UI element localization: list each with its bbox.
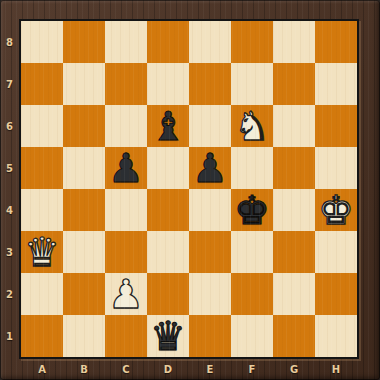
rank-label-5: 5 xyxy=(0,147,19,189)
square-e1[interactable] xyxy=(189,315,231,357)
file-label-b: B xyxy=(63,359,105,380)
square-e4[interactable] xyxy=(189,189,231,231)
file-label-e: E xyxy=(189,359,231,380)
square-b6[interactable] xyxy=(63,105,105,147)
board-frame: ♝♞♟♟♚♚♛♟♛ 87654321ABCDEFGH xyxy=(0,0,380,380)
square-g3[interactable] xyxy=(273,231,315,273)
square-g2[interactable] xyxy=(273,273,315,315)
square-f3[interactable] xyxy=(231,231,273,273)
square-d5[interactable] xyxy=(147,147,189,189)
square-f2[interactable] xyxy=(231,273,273,315)
rank-label-4: 4 xyxy=(0,189,19,231)
white-knight-f6[interactable]: ♞ xyxy=(231,105,273,147)
square-f8[interactable] xyxy=(231,21,273,63)
square-g1[interactable] xyxy=(273,315,315,357)
square-c2[interactable]: ♟ xyxy=(105,273,147,315)
rank-label-3: 3 xyxy=(0,231,19,273)
square-a3[interactable]: ♛ xyxy=(21,231,63,273)
square-a5[interactable] xyxy=(21,147,63,189)
square-a2[interactable] xyxy=(21,273,63,315)
square-d7[interactable] xyxy=(147,63,189,105)
rank-label-2: 2 xyxy=(0,273,19,315)
white-queen-a3[interactable]: ♛ xyxy=(21,231,63,273)
square-g4[interactable] xyxy=(273,189,315,231)
rank-label-6: 6 xyxy=(0,105,19,147)
square-b1[interactable] xyxy=(63,315,105,357)
file-label-d: D xyxy=(147,359,189,380)
square-b3[interactable] xyxy=(63,231,105,273)
square-g5[interactable] xyxy=(273,147,315,189)
square-c8[interactable] xyxy=(105,21,147,63)
black-bishop-d6[interactable]: ♝ xyxy=(147,105,189,147)
square-h3[interactable] xyxy=(315,231,357,273)
square-a8[interactable] xyxy=(21,21,63,63)
file-label-f: F xyxy=(231,359,273,380)
square-b8[interactable] xyxy=(63,21,105,63)
black-pawn-c5[interactable]: ♟ xyxy=(105,147,147,189)
square-e2[interactable] xyxy=(189,273,231,315)
black-queen-d1[interactable]: ♛ xyxy=(147,315,189,357)
black-pawn-e5[interactable]: ♟ xyxy=(189,147,231,189)
square-g7[interactable] xyxy=(273,63,315,105)
file-label-h: H xyxy=(315,359,357,380)
square-c1[interactable] xyxy=(105,315,147,357)
file-label-g: G xyxy=(273,359,315,380)
square-f6[interactable]: ♞ xyxy=(231,105,273,147)
square-a7[interactable] xyxy=(21,63,63,105)
square-h2[interactable] xyxy=(315,273,357,315)
square-e3[interactable] xyxy=(189,231,231,273)
square-f4[interactable]: ♚ xyxy=(231,189,273,231)
white-pawn-c2[interactable]: ♟ xyxy=(105,273,147,315)
square-e7[interactable] xyxy=(189,63,231,105)
square-h5[interactable] xyxy=(315,147,357,189)
rank-label-7: 7 xyxy=(0,63,19,105)
square-b5[interactable] xyxy=(63,147,105,189)
black-king-f4[interactable]: ♚ xyxy=(231,189,273,231)
square-d2[interactable] xyxy=(147,273,189,315)
square-f5[interactable] xyxy=(231,147,273,189)
file-label-c: C xyxy=(105,359,147,380)
square-c6[interactable] xyxy=(105,105,147,147)
square-b2[interactable] xyxy=(63,273,105,315)
square-h8[interactable] xyxy=(315,21,357,63)
square-e8[interactable] xyxy=(189,21,231,63)
square-g6[interactable] xyxy=(273,105,315,147)
square-e5[interactable]: ♟ xyxy=(189,147,231,189)
rank-label-8: 8 xyxy=(0,21,19,63)
square-d4[interactable] xyxy=(147,189,189,231)
square-e6[interactable] xyxy=(189,105,231,147)
square-a4[interactable] xyxy=(21,189,63,231)
square-h4[interactable]: ♚ xyxy=(315,189,357,231)
square-c3[interactable] xyxy=(105,231,147,273)
square-h1[interactable] xyxy=(315,315,357,357)
file-label-a: A xyxy=(21,359,63,380)
square-a1[interactable] xyxy=(21,315,63,357)
square-c7[interactable] xyxy=(105,63,147,105)
square-f7[interactable] xyxy=(231,63,273,105)
rank-label-1: 1 xyxy=(0,315,19,357)
square-d1[interactable]: ♛ xyxy=(147,315,189,357)
square-c4[interactable] xyxy=(105,189,147,231)
square-a6[interactable] xyxy=(21,105,63,147)
square-f1[interactable] xyxy=(231,315,273,357)
square-d3[interactable] xyxy=(147,231,189,273)
square-g8[interactable] xyxy=(273,21,315,63)
chess-board: ♝♞♟♟♚♚♛♟♛ xyxy=(19,19,359,359)
square-d8[interactable] xyxy=(147,21,189,63)
square-d6[interactable]: ♝ xyxy=(147,105,189,147)
square-c5[interactable]: ♟ xyxy=(105,147,147,189)
square-h6[interactable] xyxy=(315,105,357,147)
square-h7[interactable] xyxy=(315,63,357,105)
square-b4[interactable] xyxy=(63,189,105,231)
square-b7[interactable] xyxy=(63,63,105,105)
white-king-h4[interactable]: ♚ xyxy=(315,189,357,231)
